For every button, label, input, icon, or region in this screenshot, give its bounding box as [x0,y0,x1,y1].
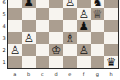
square-d5[interactable] [49,8,63,20]
white-queen: ♕ [92,8,102,20]
square-c4[interactable] [36,20,50,32]
black-queen: ♛ [106,56,116,68]
square-c2[interactable] [36,44,50,56]
square-h3[interactable] [104,32,118,44]
square-g2[interactable] [91,44,105,56]
board-border-right [118,0,119,69]
chess-board: ♟♙♞♙♕♟♙♗♙♔♙♛ [8,0,118,68]
file-label-c: c [36,70,50,78]
rank-label-4: 4 [1,23,7,29]
board-border-left [7,0,8,69]
square-g3[interactable] [91,32,105,44]
file-label-f: f [77,70,91,78]
chess-diagram: ♟♙♞♙♕♟♙♗♙♔♙♛ abcdefgh 654321 [0,0,120,80]
square-f2[interactable]: ♙ [77,44,91,56]
square-d2[interactable]: ♔ [49,44,63,56]
board-grid: ♟♙♞♙♕♟♙♗♙♔♙♛ [8,0,118,68]
rank-label-2: 2 [1,47,7,53]
square-g1[interactable] [91,56,105,68]
file-label-d: d [49,70,63,78]
white-pawn: ♙ [78,44,88,56]
file-label-a: a [8,70,22,78]
square-c6[interactable] [36,0,50,8]
square-b1[interactable] [22,56,36,68]
square-a5[interactable] [8,8,22,20]
black-pawn: ♟ [23,0,33,8]
square-e1[interactable] [63,56,77,68]
square-c5[interactable] [36,8,50,20]
file-labels: abcdefgh [8,70,118,78]
rank-label-6: 6 [1,0,7,5]
square-e5[interactable] [63,8,77,20]
square-b5[interactable] [22,8,36,20]
square-b3[interactable]: ♙ [22,32,36,44]
square-g5[interactable]: ♕ [91,8,105,20]
square-h5[interactable] [104,8,118,20]
white-pawn: ♙ [65,0,75,8]
square-a4[interactable] [8,20,22,32]
square-e3[interactable]: ♗ [63,32,77,44]
square-e2[interactable] [63,44,77,56]
square-a1[interactable] [8,56,22,68]
square-e6[interactable]: ♙ [63,0,77,8]
square-h4[interactable] [104,20,118,32]
square-d6[interactable] [49,0,63,8]
square-c3[interactable] [36,32,50,44]
square-d4[interactable] [49,20,63,32]
file-label-b: b [22,70,36,78]
square-a6[interactable] [8,0,22,8]
white-king: ♔ [51,44,61,56]
square-h1[interactable]: ♛ [104,56,118,68]
rank-label-5: 5 [1,11,7,17]
square-b6[interactable]: ♟ [22,0,36,8]
square-f4[interactable]: ♟ [77,20,91,32]
white-bishop: ♗ [65,32,75,44]
square-d1[interactable] [49,56,63,68]
rank-label-1: 1 [1,59,7,65]
square-g4[interactable] [91,20,105,32]
rank-label-3: 3 [1,35,7,41]
square-f1[interactable] [77,56,91,68]
square-c1[interactable] [36,56,50,68]
file-label-e: e [63,70,77,78]
square-h6[interactable] [104,0,118,8]
white-pawn: ♙ [10,44,20,56]
black-pawn: ♟ [78,20,88,32]
file-label-g: g [91,70,105,78]
white-pawn: ♙ [23,32,33,44]
square-a2[interactable]: ♙ [8,44,22,56]
square-b2[interactable] [22,44,36,56]
file-label-h: h [104,70,118,78]
board-border-bottom [7,68,119,69]
